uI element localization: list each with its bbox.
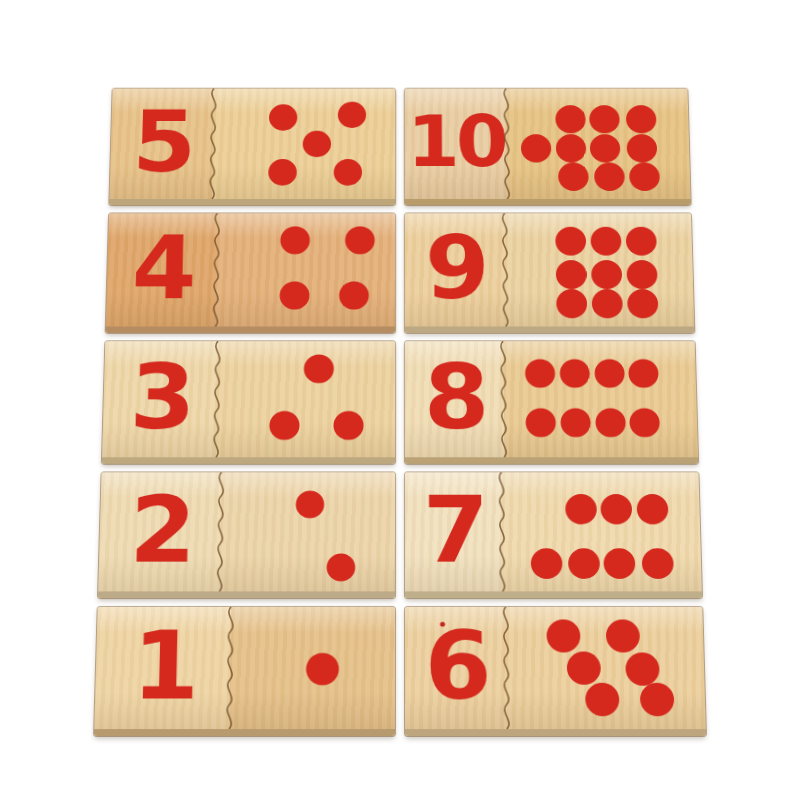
dot [589, 105, 620, 133]
dot [640, 683, 675, 716]
numeral-piece-3[interactable]: 3 [102, 341, 218, 457]
dot [525, 359, 555, 388]
numeral-8: 8 [424, 352, 485, 442]
dot [521, 134, 552, 162]
dot [628, 359, 659, 388]
puzzle-strip-5: 5 [109, 89, 395, 206]
dot [636, 494, 668, 524]
numeral-piece-5[interactable]: 5 [109, 89, 214, 199]
puzzle-strip-6: 6 [405, 607, 706, 736]
puzzle-strip-1: 1 [94, 607, 395, 736]
dot [626, 227, 657, 256]
numeral-5: 5 [131, 99, 192, 185]
puzzle-strip-7: 7 [405, 472, 702, 598]
dots-piece-8-count-8[interactable] [503, 341, 698, 457]
puzzle-strip-4: 4 [106, 213, 396, 333]
dot [334, 411, 364, 440]
puzzle-strip-3: 3 [102, 341, 395, 464]
dot [605, 619, 639, 652]
numeral-6: 6 [425, 618, 488, 713]
numeral-1: 1 [131, 618, 195, 713]
numeral-3: 3 [129, 352, 192, 442]
dot [546, 619, 580, 652]
dot [590, 227, 621, 256]
dot [556, 289, 587, 318]
dots-piece-4-count-4[interactable] [216, 213, 396, 326]
dot [590, 134, 621, 162]
dot [594, 359, 625, 388]
puzzle-strip-2: 2 [98, 472, 395, 598]
dot [626, 105, 657, 133]
dot [566, 651, 600, 684]
dot [556, 260, 587, 289]
dots-piece-6-count-6[interactable] [506, 607, 706, 729]
dots-piece-10-count-10[interactable] [506, 89, 690, 199]
puzzle-strip-9: 9 [405, 213, 695, 333]
numeral-piece-4[interactable]: 4 [106, 213, 218, 326]
dot [327, 553, 356, 581]
numeral-piece-8[interactable]: 8 [405, 341, 505, 457]
dot [268, 159, 297, 186]
dot [626, 134, 657, 162]
dot [526, 408, 556, 437]
dot [280, 282, 310, 310]
dot [339, 282, 369, 310]
dot [629, 163, 660, 191]
dot [555, 134, 586, 162]
dot [268, 104, 297, 130]
numeral-7: 7 [423, 484, 485, 576]
dot [565, 494, 597, 524]
dot [269, 411, 299, 440]
numeral-2: 2 [129, 484, 193, 576]
numeral-piece-2[interactable]: 2 [98, 472, 222, 591]
paint-speck [440, 621, 445, 626]
numeral-piece-10[interactable]: 10 [405, 89, 508, 199]
dot [296, 490, 325, 517]
dot [281, 226, 311, 254]
dots-piece-7-count-7[interactable] [502, 472, 702, 591]
puzzle-strip-10: 10 [405, 89, 691, 206]
dots-piece-5-count-5[interactable] [212, 89, 395, 199]
dots-piece-9-count-9[interactable] [505, 213, 694, 326]
numeral-4: 4 [131, 224, 193, 312]
dot [558, 163, 589, 191]
dot [555, 105, 586, 133]
dot [626, 652, 661, 685]
numeral-piece-1[interactable]: 1 [94, 607, 231, 729]
dot [345, 226, 375, 254]
dot [604, 548, 636, 579]
dot [585, 683, 620, 716]
numeral-piece-9[interactable]: 9 [405, 213, 506, 326]
dot [560, 359, 590, 388]
dot [595, 408, 626, 437]
dot [630, 408, 661, 437]
dot [555, 227, 586, 256]
dots-piece-2-count-2[interactable] [220, 472, 395, 591]
puzzle-strip-8: 8 [405, 341, 698, 464]
dots-piece-1-count-1[interactable] [230, 607, 395, 729]
dot [601, 494, 633, 524]
dot [334, 159, 363, 186]
dot [303, 130, 332, 157]
dot [627, 289, 658, 318]
dot [338, 102, 366, 128]
puzzle-board: 51049382716 [94, 89, 706, 736]
numeral-piece-7[interactable]: 7 [405, 472, 503, 591]
dot [641, 548, 673, 579]
dot [594, 163, 625, 191]
dot [306, 653, 339, 685]
dot [530, 548, 562, 579]
dot [560, 408, 591, 437]
dot [304, 355, 334, 384]
numeral-9: 9 [425, 224, 485, 312]
dots-piece-3-count-3[interactable] [216, 341, 395, 457]
dot [592, 289, 623, 318]
dot [591, 260, 622, 289]
dot [627, 260, 658, 289]
dot [568, 548, 600, 579]
photo-background: 51049382716 [0, 0, 800, 800]
numeral-10: 10 [407, 107, 505, 178]
numeral-piece-6[interactable]: 6 [405, 607, 507, 729]
